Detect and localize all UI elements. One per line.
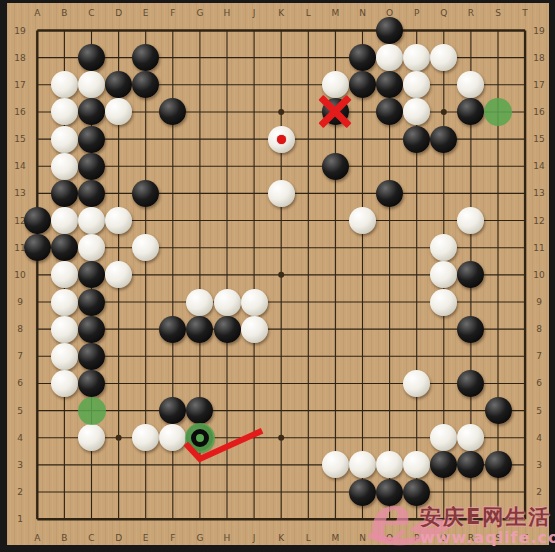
go-board-screenshot: AABBCCDDEEFFGGHHJJKKLLMMNNOOPPQQRRSSTT19… [0,0,555,552]
red-check-mark [186,431,262,459]
red-check-annotation [0,0,555,552]
